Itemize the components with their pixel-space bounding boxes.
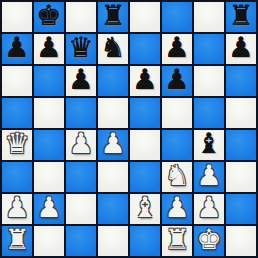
square-f3[interactable]: ♞ [162,162,192,192]
square-f8[interactable] [162,2,192,32]
white-pawn-piece: ♟ [4,194,29,223]
square-d7[interactable]: ♞ [98,34,128,64]
square-e4[interactable] [130,130,160,160]
square-c1[interactable] [66,226,96,256]
square-c3[interactable] [66,162,96,192]
square-h6[interactable] [226,66,256,96]
white-pawn-piece: ♟ [68,130,93,159]
square-h7[interactable]: ♟ [226,34,256,64]
square-a1[interactable]: ♜ [2,226,32,256]
square-b4[interactable] [34,130,64,160]
square-h5[interactable] [226,98,256,128]
square-c7[interactable]: ♛ [66,34,96,64]
black-rook-piece: ♜ [228,2,253,31]
black-pawn-piece: ♟ [164,34,189,63]
square-f4[interactable] [162,130,192,160]
white-pawn-piece: ♟ [196,194,221,223]
white-queen-piece: ♛ [4,130,29,159]
square-b8[interactable]: ♚ [34,2,64,32]
square-c6[interactable]: ♟ [66,66,96,96]
white-pawn-piece: ♟ [100,130,125,159]
square-c5[interactable] [66,98,96,128]
square-d3[interactable] [98,162,128,192]
square-b2[interactable]: ♟ [34,194,64,224]
black-pawn-piece: ♟ [36,34,61,63]
square-a7[interactable]: ♟ [2,34,32,64]
square-e6[interactable]: ♟ [130,66,160,96]
square-a3[interactable] [2,162,32,192]
black-pawn-piece: ♟ [132,66,157,95]
square-d4[interactable]: ♟ [98,130,128,160]
square-g6[interactable] [194,66,224,96]
chess-board-window: ♚♜♜♟♟♛♞♟♟♟♟♟♛♟♟♝♞♟♟♟♝♟♟♜♜♚ [0,0,258,258]
square-h4[interactable] [226,130,256,160]
square-g3[interactable]: ♟ [194,162,224,192]
square-e3[interactable] [130,162,160,192]
square-c8[interactable] [66,2,96,32]
square-d6[interactable] [98,66,128,96]
square-h8[interactable]: ♜ [226,2,256,32]
square-h1[interactable] [226,226,256,256]
square-a8[interactable] [2,2,32,32]
black-knight-piece: ♞ [100,34,125,63]
square-f5[interactable] [162,98,192,128]
white-pawn-piece: ♟ [164,194,189,223]
white-rook-piece: ♜ [164,226,189,255]
white-pawn-piece: ♟ [196,162,221,191]
square-f6[interactable]: ♟ [162,66,192,96]
square-g1[interactable]: ♚ [194,226,224,256]
square-g5[interactable] [194,98,224,128]
square-e1[interactable] [130,226,160,256]
square-d1[interactable] [98,226,128,256]
white-pawn-piece: ♟ [36,194,61,223]
square-a4[interactable]: ♛ [2,130,32,160]
square-h3[interactable] [226,162,256,192]
square-e8[interactable] [130,2,160,32]
square-c2[interactable] [66,194,96,224]
square-e7[interactable] [130,34,160,64]
square-b7[interactable]: ♟ [34,34,64,64]
square-a2[interactable]: ♟ [2,194,32,224]
black-king-piece: ♚ [36,2,61,31]
square-e5[interactable] [130,98,160,128]
square-g4[interactable]: ♝ [194,130,224,160]
black-pawn-piece: ♟ [228,34,253,63]
square-a5[interactable] [2,98,32,128]
white-bishop-piece: ♝ [132,194,157,223]
square-b5[interactable] [34,98,64,128]
black-pawn-piece: ♟ [164,66,189,95]
chess-board: ♚♜♜♟♟♛♞♟♟♟♟♟♛♟♟♝♞♟♟♟♝♟♟♜♜♚ [0,0,258,258]
square-g8[interactable] [194,2,224,32]
white-rook-piece: ♜ [4,226,29,255]
square-d2[interactable] [98,194,128,224]
black-pawn-piece: ♟ [4,34,29,63]
black-bishop-piece: ♝ [196,130,221,159]
square-f1[interactable]: ♜ [162,226,192,256]
black-pawn-piece: ♟ [68,66,93,95]
square-d8[interactable]: ♜ [98,2,128,32]
white-knight-piece: ♞ [164,162,189,191]
square-b6[interactable] [34,66,64,96]
square-b1[interactable] [34,226,64,256]
square-h2[interactable] [226,194,256,224]
square-d5[interactable] [98,98,128,128]
square-g7[interactable] [194,34,224,64]
square-e2[interactable]: ♝ [130,194,160,224]
square-b3[interactable] [34,162,64,192]
white-king-piece: ♚ [196,226,221,255]
square-f7[interactable]: ♟ [162,34,192,64]
black-rook-piece: ♜ [100,2,125,31]
square-f2[interactable]: ♟ [162,194,192,224]
square-c4[interactable]: ♟ [66,130,96,160]
square-g2[interactable]: ♟ [194,194,224,224]
black-queen-piece: ♛ [68,34,93,63]
square-a6[interactable] [2,66,32,96]
